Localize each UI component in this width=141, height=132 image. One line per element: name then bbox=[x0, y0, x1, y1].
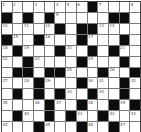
grid-cell[interactable]: 43 bbox=[130, 111, 140, 121]
clue-number: 34 bbox=[98, 89, 104, 94]
clue-number: 38 bbox=[88, 100, 94, 105]
grid-cell[interactable] bbox=[13, 122, 23, 132]
grid-cell[interactable] bbox=[109, 35, 119, 45]
grid-cell[interactable] bbox=[130, 122, 140, 132]
grid-cell[interactable] bbox=[109, 2, 119, 12]
grid-cell[interactable]: 38 bbox=[88, 100, 98, 110]
clue-number: 13 bbox=[98, 24, 104, 29]
grid-cell[interactable] bbox=[23, 35, 33, 45]
grid-cell[interactable]: 10 bbox=[2, 24, 12, 34]
grid-cell[interactable] bbox=[66, 100, 76, 110]
grid-cell[interactable] bbox=[77, 46, 87, 56]
clue-number: 35 bbox=[2, 100, 8, 105]
clue-number: 4 bbox=[55, 2, 58, 7]
grid-cell[interactable] bbox=[45, 89, 55, 99]
grid-cell[interactable]: 15 bbox=[13, 35, 23, 45]
black-cell bbox=[34, 35, 44, 45]
clue-number: 17 bbox=[88, 35, 94, 40]
grid-cell[interactable] bbox=[45, 46, 55, 56]
black-cell bbox=[13, 89, 23, 99]
clue-number: 46 bbox=[88, 122, 94, 127]
grid-cell[interactable] bbox=[23, 89, 33, 99]
grid-cell[interactable]: 11 bbox=[23, 24, 33, 34]
clue-number: 16 bbox=[45, 35, 51, 40]
grid-cell[interactable] bbox=[34, 68, 44, 78]
black-cell bbox=[120, 35, 130, 45]
grid-cell[interactable] bbox=[34, 46, 44, 56]
clue-number: 25 bbox=[66, 68, 72, 73]
black-cell bbox=[77, 122, 87, 132]
grid-cell[interactable]: 2 bbox=[13, 2, 23, 12]
grid-cell[interactable] bbox=[109, 57, 119, 67]
clue-number: 1 bbox=[2, 2, 5, 7]
grid-cell[interactable] bbox=[130, 24, 140, 34]
grid-cell[interactable] bbox=[66, 122, 76, 132]
grid-cell[interactable] bbox=[88, 111, 98, 121]
clue-number: 27 bbox=[2, 78, 8, 83]
grid-cell[interactable]: 46 bbox=[88, 122, 98, 132]
black-cell bbox=[98, 68, 108, 78]
clue-number: 40 bbox=[23, 111, 29, 116]
black-cell bbox=[55, 24, 65, 34]
clue-number: 29 bbox=[45, 78, 51, 83]
black-cell bbox=[34, 89, 44, 99]
clue-number: 45 bbox=[45, 122, 51, 127]
grid-cell[interactable]: 1 bbox=[2, 2, 12, 12]
clue-number: 31 bbox=[98, 78, 104, 83]
black-cell bbox=[120, 78, 130, 88]
grid-cell[interactable] bbox=[45, 57, 55, 67]
grid-cell[interactable] bbox=[88, 68, 98, 78]
clue-number: 41 bbox=[77, 111, 83, 116]
grid-cell[interactable]: 32 bbox=[130, 78, 140, 88]
black-cell bbox=[45, 68, 55, 78]
grid-cell[interactable] bbox=[13, 78, 23, 88]
black-cell bbox=[23, 13, 33, 23]
black-cell bbox=[109, 122, 119, 132]
clue-number: 19 bbox=[23, 46, 29, 51]
grid-cell[interactable] bbox=[55, 122, 65, 132]
black-cell bbox=[23, 57, 33, 67]
grid-cell[interactable]: 27 bbox=[2, 78, 12, 88]
grid-cell[interactable]: 13 bbox=[98, 24, 108, 34]
grid-cell[interactable] bbox=[77, 89, 87, 99]
grid-cell[interactable]: 3 bbox=[34, 2, 44, 12]
black-cell bbox=[77, 57, 87, 67]
grid-cell[interactable]: 37 bbox=[55, 100, 65, 110]
grid-cell[interactable]: 25 bbox=[66, 68, 76, 78]
grid-cell[interactable]: 21 bbox=[120, 46, 130, 56]
grid-cell[interactable] bbox=[130, 35, 140, 45]
black-cell bbox=[130, 100, 140, 110]
grid-cell[interactable]: 24 bbox=[88, 57, 98, 67]
grid-cell[interactable]: 45 bbox=[45, 122, 55, 132]
grid-cell[interactable] bbox=[13, 13, 23, 23]
grid-cell[interactable] bbox=[55, 111, 65, 121]
grid-cell[interactable] bbox=[98, 57, 108, 67]
grid-cell[interactable] bbox=[120, 111, 130, 121]
black-cell bbox=[88, 46, 98, 56]
grid-cell[interactable]: 20 bbox=[66, 46, 76, 56]
grid-cell[interactable]: 22 bbox=[2, 57, 12, 67]
black-cell bbox=[109, 100, 119, 110]
black-cell bbox=[120, 13, 130, 23]
grid-cell[interactable] bbox=[23, 2, 33, 12]
clue-number: 5 bbox=[66, 2, 69, 7]
clue-number: 26 bbox=[109, 68, 115, 73]
black-cell bbox=[55, 68, 65, 78]
clue-number: 6 bbox=[77, 2, 80, 7]
crossword-grid: 1234567891011121314151617181920212223242… bbox=[1, 1, 141, 132]
grid-cell[interactable] bbox=[120, 24, 130, 34]
clue-number: 8 bbox=[130, 2, 133, 7]
grid-cell[interactable] bbox=[98, 13, 108, 23]
grid-cell[interactable] bbox=[13, 57, 23, 67]
clue-number: 33 bbox=[66, 89, 72, 94]
black-cell bbox=[88, 24, 98, 34]
black-cell bbox=[77, 24, 87, 34]
grid-cell[interactable]: 34 bbox=[98, 89, 108, 99]
crossword-page: 1234567891011121314151617181920212223242… bbox=[0, 0, 140, 132]
grid-cell[interactable]: 8 bbox=[130, 2, 140, 12]
clue-number: 18 bbox=[2, 46, 8, 51]
grid-cell[interactable]: 33 bbox=[66, 89, 76, 99]
clue-number: 28 bbox=[23, 78, 29, 83]
grid-cell[interactable] bbox=[23, 100, 33, 110]
grid-cell[interactable] bbox=[66, 57, 76, 67]
grid-cell[interactable] bbox=[13, 100, 23, 110]
grid-cell[interactable]: 42 bbox=[109, 111, 119, 121]
grid-cell[interactable] bbox=[109, 78, 119, 88]
grid-cell[interactable] bbox=[66, 13, 76, 23]
grid-cell[interactable]: 16 bbox=[45, 35, 55, 45]
grid-cell[interactable] bbox=[2, 89, 12, 99]
grid-cell[interactable]: 40 bbox=[23, 111, 33, 121]
grid-cell[interactable] bbox=[88, 13, 98, 23]
grid-cell[interactable] bbox=[120, 68, 130, 78]
clue-number: 21 bbox=[120, 46, 126, 51]
black-cell bbox=[55, 89, 65, 99]
clue-number: 12 bbox=[45, 24, 51, 29]
clue-number: 23 bbox=[34, 57, 40, 62]
black-cell bbox=[45, 111, 55, 121]
grid-cell[interactable]: 39 bbox=[120, 100, 130, 110]
grid-cell[interactable] bbox=[98, 35, 108, 45]
grid-cell[interactable] bbox=[34, 24, 44, 34]
grid-cell[interactable]: 12 bbox=[45, 24, 55, 34]
black-cell bbox=[98, 111, 108, 121]
grid-cell[interactable]: 47 bbox=[120, 122, 130, 132]
grid-cell[interactable] bbox=[55, 78, 65, 88]
grid-cell[interactable]: 29 bbox=[45, 78, 55, 88]
grid-cell[interactable] bbox=[120, 2, 130, 12]
grid-cell[interactable] bbox=[66, 35, 76, 45]
black-cell bbox=[109, 46, 119, 56]
clue-number: 11 bbox=[23, 24, 29, 29]
grid-cell[interactable]: 7 bbox=[98, 2, 108, 12]
grid-cell[interactable] bbox=[109, 89, 119, 99]
black-cell bbox=[77, 100, 87, 110]
grid-cell[interactable]: 36 bbox=[34, 100, 44, 110]
clue-number: 20 bbox=[66, 46, 72, 51]
black-cell bbox=[13, 111, 23, 121]
black-cell bbox=[109, 13, 119, 23]
black-cell bbox=[130, 68, 140, 78]
clue-number: 32 bbox=[130, 78, 136, 83]
grid-cell[interactable]: 23 bbox=[34, 57, 44, 67]
grid-cell[interactable] bbox=[23, 122, 33, 132]
clue-number: 14 bbox=[109, 24, 115, 29]
grid-cell[interactable] bbox=[98, 100, 108, 110]
clue-number: 9 bbox=[55, 13, 58, 18]
black-cell bbox=[34, 78, 44, 88]
clue-number: 39 bbox=[120, 100, 126, 105]
clue-number: 42 bbox=[109, 111, 115, 116]
clue-number: 44 bbox=[2, 122, 8, 127]
clue-number: 37 bbox=[55, 100, 61, 105]
black-cell bbox=[23, 68, 33, 78]
grid-cell[interactable] bbox=[77, 13, 87, 23]
grid-cell[interactable] bbox=[55, 35, 65, 45]
grid-cell[interactable]: 19 bbox=[23, 46, 33, 56]
grid-cell[interactable] bbox=[34, 111, 44, 121]
black-cell bbox=[55, 46, 65, 56]
grid-cell[interactable]: 31 bbox=[98, 78, 108, 88]
grid-cell[interactable]: 35 bbox=[2, 100, 12, 110]
grid-cell[interactable]: 30 bbox=[88, 78, 98, 88]
clue-number: 10 bbox=[2, 24, 8, 29]
black-cell bbox=[34, 122, 44, 132]
grid-cell[interactable] bbox=[13, 24, 23, 34]
grid-cell[interactable]: 41 bbox=[77, 111, 87, 121]
grid-cell[interactable] bbox=[130, 57, 140, 67]
black-cell bbox=[120, 57, 130, 67]
grid-cell[interactable]: 6 bbox=[77, 2, 87, 12]
black-cell bbox=[77, 78, 87, 88]
clue-number: 36 bbox=[34, 100, 40, 105]
grid-cell[interactable] bbox=[2, 68, 12, 78]
clue-number: 7 bbox=[98, 2, 101, 7]
grid-cell[interactable]: 17 bbox=[88, 35, 98, 45]
grid-cell[interactable]: 44 bbox=[2, 122, 12, 132]
grid-cell[interactable]: 9 bbox=[55, 13, 65, 23]
grid-cell[interactable]: 26 bbox=[109, 68, 119, 78]
black-cell bbox=[13, 46, 23, 56]
clue-number: 24 bbox=[88, 57, 94, 62]
grid-cell[interactable] bbox=[2, 111, 12, 121]
grid-cell[interactable] bbox=[66, 78, 76, 88]
grid-cell[interactable] bbox=[130, 13, 140, 23]
clue-number: 22 bbox=[2, 57, 8, 62]
black-cell bbox=[2, 35, 12, 45]
clue-number: 47 bbox=[120, 122, 126, 127]
black-cell bbox=[88, 89, 98, 99]
clue-number: 3 bbox=[34, 2, 37, 7]
grid-cell[interactable] bbox=[55, 57, 65, 67]
black-cell bbox=[120, 89, 130, 99]
grid-cell[interactable] bbox=[130, 89, 140, 99]
black-cell bbox=[77, 35, 87, 45]
grid-cell[interactable] bbox=[98, 122, 108, 132]
clue-number: 43 bbox=[130, 111, 136, 116]
black-cell bbox=[2, 13, 12, 23]
grid-cell[interactable]: 28 bbox=[23, 78, 33, 88]
black-cell bbox=[66, 111, 76, 121]
grid-cell[interactable]: 14 bbox=[109, 24, 119, 34]
black-cell bbox=[88, 2, 98, 12]
grid-cell[interactable]: 5 bbox=[66, 2, 76, 12]
grid-cell[interactable] bbox=[130, 46, 140, 56]
black-cell bbox=[13, 68, 23, 78]
grid-cell[interactable]: 18 bbox=[2, 46, 12, 56]
grid-cell[interactable] bbox=[98, 46, 108, 56]
grid-cell[interactable] bbox=[34, 13, 44, 23]
grid-cell[interactable] bbox=[45, 2, 55, 12]
clue-number: 2 bbox=[13, 2, 16, 7]
grid-cell[interactable] bbox=[77, 68, 87, 78]
clue-number: 30 bbox=[88, 78, 94, 83]
clue-number: 15 bbox=[13, 35, 19, 40]
black-cell bbox=[45, 13, 55, 23]
grid-cell[interactable] bbox=[66, 24, 76, 34]
grid-cell[interactable]: 4 bbox=[55, 2, 65, 12]
black-cell bbox=[45, 100, 55, 110]
